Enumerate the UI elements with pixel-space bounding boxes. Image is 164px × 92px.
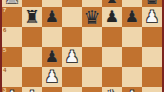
piece-black-queen-e7[interactable]: ♛ [82, 7, 102, 27]
piece-white-knight-f3[interactable]: ♞ [102, 87, 122, 92]
square-a3[interactable]: 3♟ [2, 87, 22, 92]
square-e7[interactable]: ♛ [82, 7, 102, 27]
piece-white-pawn-d5[interactable]: ♟ [62, 47, 82, 67]
square-b5[interactable] [22, 47, 42, 67]
square-g8[interactable] [122, 0, 142, 7]
square-h4[interactable] [142, 67, 162, 87]
square-g3[interactable]: ♟ [122, 87, 142, 92]
square-a6[interactable]: 6 [2, 27, 22, 47]
square-b3[interactable]: ♟ [22, 87, 42, 92]
rank-label-5: 5 [3, 47, 6, 54]
square-h8[interactable]: ♚ [142, 0, 162, 7]
rank-label-4: 4 [3, 67, 6, 74]
square-g5[interactable] [122, 47, 142, 67]
rank-label-7: 7 [3, 7, 6, 14]
square-f5[interactable] [102, 47, 122, 67]
board-grid: ♜♝♚7♜♟♛♟♟♟65♟♟4♟3♟♟♞♟ [2, 0, 162, 92]
square-c6[interactable] [42, 27, 62, 47]
square-c4[interactable]: ♟ [42, 67, 62, 87]
square-a7[interactable]: 7 [2, 7, 22, 27]
square-d8[interactable] [62, 0, 82, 7]
piece-black-pawn-g7[interactable]: ♟ [122, 7, 142, 27]
square-b4[interactable] [22, 67, 42, 87]
piece-white-pawn-a3[interactable]: ♟ [2, 87, 22, 92]
square-h3[interactable] [142, 87, 162, 92]
square-g6[interactable] [122, 27, 142, 47]
square-a4[interactable]: 4 [2, 67, 22, 87]
piece-black-pawn-c7[interactable]: ♟ [42, 7, 62, 27]
square-c3[interactable] [42, 87, 62, 92]
square-h7[interactable]: ♟ [142, 7, 162, 27]
square-f8[interactable]: ♝ [102, 0, 122, 7]
square-e4[interactable] [82, 67, 102, 87]
square-d3[interactable] [62, 87, 82, 92]
piece-white-pawn-c4[interactable]: ♟ [42, 67, 62, 87]
square-e6[interactable] [82, 27, 102, 47]
square-c5[interactable]: ♟ [42, 47, 62, 67]
piece-black-pawn-f7[interactable]: ♟ [102, 7, 122, 27]
piece-black-pawn-c5[interactable]: ♟ [42, 47, 62, 67]
square-f6[interactable] [102, 27, 122, 47]
square-a5[interactable]: 5 [2, 47, 22, 67]
piece-white-pawn-g3[interactable]: ♟ [122, 87, 142, 92]
square-f7[interactable]: ♟ [102, 7, 122, 27]
square-a8[interactable]: ♜ [2, 0, 22, 7]
square-h5[interactable] [142, 47, 162, 67]
piece-black-king-h8[interactable]: ♚ [142, 0, 162, 7]
square-b7[interactable]: ♜ [22, 7, 42, 27]
square-d7[interactable] [62, 7, 82, 27]
piece-white-pawn-b3[interactable]: ♟ [22, 87, 42, 92]
square-e3[interactable] [82, 87, 102, 92]
square-d6[interactable] [62, 27, 82, 47]
rank-label-6: 6 [3, 27, 6, 34]
square-g4[interactable] [122, 67, 142, 87]
square-f4[interactable] [102, 67, 122, 87]
square-d4[interactable] [62, 67, 82, 87]
square-d5[interactable]: ♟ [62, 47, 82, 67]
piece-black-rook-b7[interactable]: ♜ [22, 7, 42, 27]
piece-white-pawn-h7[interactable]: ♟ [142, 7, 162, 27]
square-f3[interactable]: ♞ [102, 87, 122, 92]
square-c7[interactable]: ♟ [42, 7, 62, 27]
square-b6[interactable] [22, 27, 42, 47]
square-h6[interactable] [142, 27, 162, 47]
piece-white-rook-a8[interactable]: ♜ [2, 0, 22, 7]
square-c8[interactable] [42, 0, 62, 7]
chess-board-frame: ♜♝♚7♜♟♛♟♟♟65♟♟4♟3♟♟♞♟ [0, 0, 164, 92]
square-g7[interactable]: ♟ [122, 7, 142, 27]
piece-black-bishop-f8[interactable]: ♝ [102, 0, 122, 7]
square-e5[interactable] [82, 47, 102, 67]
